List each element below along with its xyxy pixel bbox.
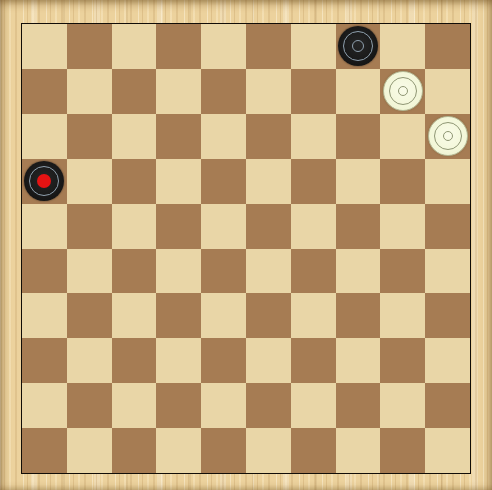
board-square[interactable] — [246, 24, 291, 69]
board-square[interactable] — [425, 159, 470, 204]
board-square[interactable] — [201, 24, 246, 69]
board-square[interactable] — [425, 249, 470, 294]
board-square[interactable] — [425, 204, 470, 249]
board-square[interactable] — [336, 159, 381, 204]
board-square[interactable] — [380, 383, 425, 428]
board-square[interactable] — [67, 24, 112, 69]
draughts-board — [21, 23, 471, 474]
board-square[interactable] — [246, 383, 291, 428]
board-square[interactable] — [201, 428, 246, 473]
board-square[interactable] — [336, 204, 381, 249]
black-man[interactable] — [338, 26, 378, 66]
board-square[interactable] — [425, 114, 470, 159]
board-square[interactable] — [380, 69, 425, 114]
board-square[interactable] — [156, 293, 201, 338]
board-square[interactable] — [22, 69, 67, 114]
board-square[interactable] — [201, 293, 246, 338]
board-square[interactable] — [201, 69, 246, 114]
board-square[interactable] — [380, 338, 425, 383]
board-square[interactable] — [201, 383, 246, 428]
board-square[interactable] — [22, 249, 67, 294]
board-square[interactable] — [201, 114, 246, 159]
board-square[interactable] — [22, 24, 67, 69]
board-square[interactable] — [156, 428, 201, 473]
board-square[interactable] — [67, 338, 112, 383]
board-square[interactable] — [336, 338, 381, 383]
board-square[interactable] — [291, 159, 336, 204]
white-man[interactable] — [383, 71, 423, 111]
board-square[interactable] — [112, 204, 157, 249]
board-square[interactable] — [156, 383, 201, 428]
board-square[interactable] — [22, 293, 67, 338]
board-square[interactable] — [22, 114, 67, 159]
board-square[interactable] — [246, 249, 291, 294]
board-square[interactable] — [201, 159, 246, 204]
board-square[interactable] — [67, 249, 112, 294]
board-square[interactable] — [201, 338, 246, 383]
board-square[interactable] — [336, 428, 381, 473]
board-square[interactable] — [336, 293, 381, 338]
board-square[interactable] — [112, 159, 157, 204]
board-square[interactable] — [112, 428, 157, 473]
board-square[interactable] — [246, 159, 291, 204]
board-square[interactable] — [246, 69, 291, 114]
board-square[interactable] — [425, 383, 470, 428]
board-square[interactable] — [291, 428, 336, 473]
board-square[interactable] — [201, 249, 246, 294]
board-square[interactable] — [380, 293, 425, 338]
board-square[interactable] — [380, 204, 425, 249]
board-square[interactable] — [336, 114, 381, 159]
board-square[interactable] — [67, 204, 112, 249]
board-square[interactable] — [112, 383, 157, 428]
board-square[interactable] — [291, 204, 336, 249]
board-square[interactable] — [291, 114, 336, 159]
board-square[interactable] — [67, 69, 112, 114]
board-square[interactable] — [246, 428, 291, 473]
board-square[interactable] — [67, 293, 112, 338]
board-square[interactable] — [246, 293, 291, 338]
board-square[interactable] — [246, 114, 291, 159]
board-square[interactable] — [425, 293, 470, 338]
board-square[interactable] — [291, 24, 336, 69]
board-square[interactable] — [380, 428, 425, 473]
board-square[interactable] — [22, 159, 67, 204]
board-square[interactable] — [112, 69, 157, 114]
board-square[interactable] — [67, 159, 112, 204]
board-square[interactable] — [22, 204, 67, 249]
board-square[interactable] — [112, 249, 157, 294]
board-square[interactable] — [112, 293, 157, 338]
board-square[interactable] — [246, 204, 291, 249]
board-square[interactable] — [425, 24, 470, 69]
board-square[interactable] — [156, 249, 201, 294]
board-square[interactable] — [156, 69, 201, 114]
board-square[interactable] — [291, 249, 336, 294]
board-square[interactable] — [425, 338, 470, 383]
board-square[interactable] — [425, 428, 470, 473]
board-square[interactable] — [425, 69, 470, 114]
board-square[interactable] — [336, 249, 381, 294]
board-square[interactable] — [67, 428, 112, 473]
board-square[interactable] — [336, 24, 381, 69]
board-square[interactable] — [156, 159, 201, 204]
black-man-selected[interactable] — [24, 161, 64, 201]
board-square[interactable] — [112, 24, 157, 69]
board-square[interactable] — [67, 114, 112, 159]
board-square[interactable] — [380, 159, 425, 204]
board-square[interactable] — [336, 69, 381, 114]
board-square[interactable] — [22, 338, 67, 383]
white-man[interactable] — [428, 116, 468, 156]
board-square[interactable] — [380, 24, 425, 69]
board-square[interactable] — [291, 293, 336, 338]
board-square[interactable] — [22, 428, 67, 473]
board-square[interactable] — [112, 338, 157, 383]
wooden-frame — [0, 0, 492, 490]
board-square[interactable] — [156, 114, 201, 159]
board-square[interactable] — [156, 338, 201, 383]
board-square[interactable] — [201, 204, 246, 249]
board-square[interactable] — [67, 383, 112, 428]
board-square[interactable] — [291, 338, 336, 383]
board-square[interactable] — [380, 249, 425, 294]
board-square[interactable] — [246, 338, 291, 383]
board-square[interactable] — [22, 383, 67, 428]
board-square[interactable] — [380, 114, 425, 159]
board-square[interactable] — [291, 69, 336, 114]
board-square[interactable] — [156, 24, 201, 69]
board-square[interactable] — [156, 204, 201, 249]
board-square[interactable] — [336, 383, 381, 428]
board-square[interactable] — [291, 383, 336, 428]
board-square[interactable] — [112, 114, 157, 159]
